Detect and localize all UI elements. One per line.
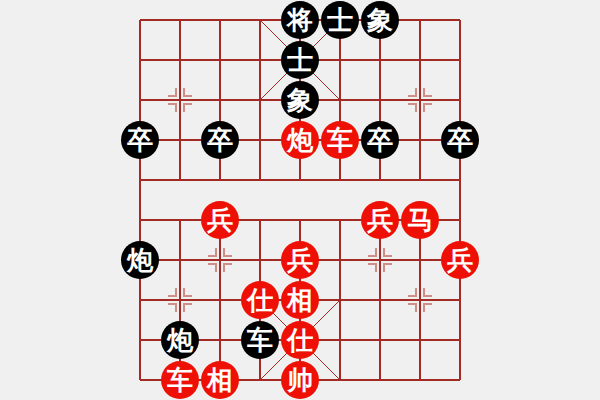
piece-red-advisor[interactable]: 仕 — [241, 281, 279, 319]
piece-black-advisor[interactable]: 士 — [281, 41, 319, 79]
piece-red-general[interactable]: 帅 — [281, 361, 319, 399]
piece-black-cannon[interactable]: 炮 — [161, 321, 199, 359]
piece-black-soldier[interactable]: 卒 — [201, 121, 239, 159]
piece-red-chariot[interactable]: 车 — [321, 121, 359, 159]
piece-black-advisor[interactable]: 士 — [321, 1, 359, 39]
piece-black-cannon[interactable]: 炮 — [121, 241, 159, 279]
piece-black-chariot[interactable]: 车 — [241, 321, 279, 359]
piece-grid: 将士象士象卒卒炮车卒卒兵兵马炮兵兵仕相炮车仕车相帅 — [120, 0, 480, 400]
piece-red-soldier[interactable]: 兵 — [281, 241, 319, 279]
piece-red-chariot[interactable]: 车 — [161, 361, 199, 399]
piece-red-soldier[interactable]: 兵 — [361, 201, 399, 239]
xiangqi-board[interactable]: 将士象士象卒卒炮车卒卒兵兵马炮兵兵仕相炮车仕车相帅 — [120, 0, 480, 400]
piece-red-soldier[interactable]: 兵 — [201, 201, 239, 239]
piece-red-elephant[interactable]: 相 — [281, 281, 319, 319]
piece-red-advisor[interactable]: 仕 — [281, 321, 319, 359]
piece-black-soldier[interactable]: 卒 — [121, 121, 159, 159]
piece-red-horse[interactable]: 马 — [401, 201, 439, 239]
screen: 将士象士象卒卒炮车卒卒兵兵马炮兵兵仕相炮车仕车相帅 — [0, 0, 600, 400]
piece-black-elephant[interactable]: 象 — [361, 1, 399, 39]
piece-black-general[interactable]: 将 — [281, 1, 319, 39]
piece-red-soldier[interactable]: 兵 — [441, 241, 479, 279]
piece-black-soldier[interactable]: 卒 — [441, 121, 479, 159]
piece-black-soldier[interactable]: 卒 — [361, 121, 399, 159]
piece-red-elephant[interactable]: 相 — [201, 361, 239, 399]
piece-black-elephant[interactable]: 象 — [281, 81, 319, 119]
piece-red-cannon[interactable]: 炮 — [281, 121, 319, 159]
